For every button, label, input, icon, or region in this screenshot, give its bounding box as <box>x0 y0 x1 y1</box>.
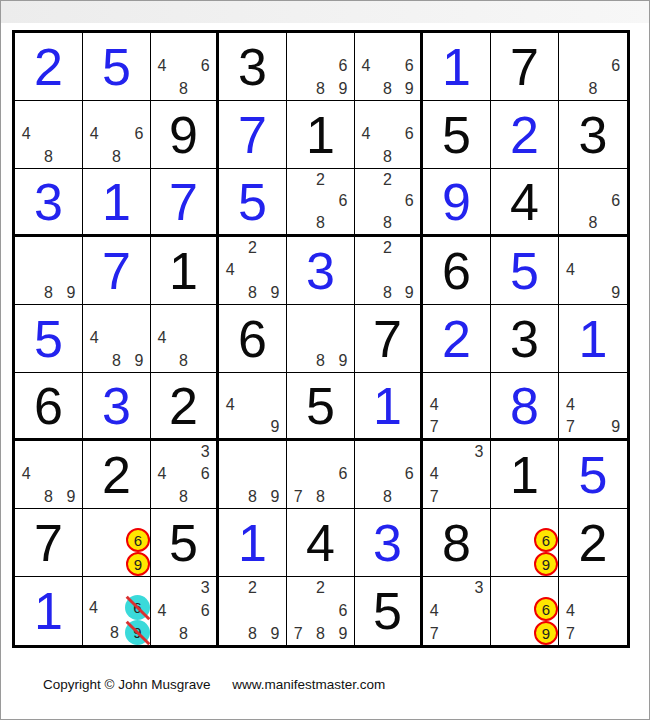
cell-value: 2 <box>169 380 198 432</box>
candidate-6: 6 <box>332 191 354 213</box>
candidate-8: 8 <box>241 622 263 645</box>
cell-r5c1[interactable]: 5 <box>15 305 83 373</box>
cell-r2c7[interactable]: 5 <box>423 101 491 169</box>
cell-r4c8[interactable]: 5 <box>491 237 559 305</box>
cell-r2c6[interactable]: 468 <box>355 101 423 169</box>
cell-value: 1 <box>102 176 131 228</box>
cell-value: 4 <box>510 176 539 228</box>
cell-r6c1[interactable]: 6 <box>15 373 83 441</box>
candidate-8: 8 <box>241 282 263 304</box>
cell-r2c5[interactable]: 1 <box>287 101 355 169</box>
cell-value: 2 <box>510 109 539 161</box>
cell-value: 3 <box>102 380 131 432</box>
cell-value: 6 <box>238 313 267 365</box>
candidate-6: 6 <box>332 463 354 485</box>
cell-value: 2 <box>34 41 63 93</box>
cell-r4c6[interactable]: 289 <box>355 237 423 305</box>
candidate-7: 7 <box>287 486 309 508</box>
candidate-8: 8 <box>241 486 263 508</box>
cell-value: 5 <box>102 41 131 93</box>
candidate-4: 4 <box>83 327 105 349</box>
cell-r1c3[interactable]: 468 <box>151 33 219 101</box>
candidate-8: 8 <box>309 212 331 234</box>
cell-r3c3[interactable]: 7 <box>151 169 219 237</box>
cell-value: 5 <box>238 176 267 228</box>
cell-value: 1 <box>306 109 335 161</box>
cell-r3c2[interactable]: 1 <box>83 169 151 237</box>
cell-r6c9[interactable]: 479 <box>559 373 627 441</box>
cell-r4c1[interactable]: 89 <box>15 237 83 305</box>
cell-r5c6[interactable]: 7 <box>355 305 423 373</box>
candidate-8: 8 <box>104 620 125 645</box>
cell-value: 6 <box>442 245 471 297</box>
cell-r4c2[interactable]: 7 <box>83 237 151 305</box>
cell-r7c2[interactable]: 2 <box>83 441 151 509</box>
candidate-4: 4 <box>423 600 445 623</box>
candidate-8: 8 <box>105 146 127 168</box>
cell-r6c5[interactable]: 5 <box>287 373 355 441</box>
candidate-6: 6 <box>398 55 420 77</box>
cell-r9c2[interactable]: 4689 <box>83 577 151 645</box>
cell-r6c4[interactable]: 49 <box>219 373 287 441</box>
cell-value: 1 <box>238 517 267 569</box>
cell-r8c6[interactable]: 3 <box>355 509 423 577</box>
cell-value: 3 <box>579 109 608 161</box>
cell-r3c4[interactable]: 5 <box>219 169 287 237</box>
candidate-4: 4 <box>219 395 241 417</box>
candidate-3: 3 <box>194 441 216 463</box>
cell-r2c8[interactable]: 2 <box>491 101 559 169</box>
candidate-6: 6 <box>128 123 150 145</box>
cell-value: 8 <box>510 380 539 432</box>
cell-value: 5 <box>34 313 63 365</box>
candidate-4: 4 <box>151 463 173 485</box>
candidate-6: 6 <box>604 55 627 77</box>
candidate-4: 4 <box>151 55 173 77</box>
candidate-8: 8 <box>377 282 399 304</box>
cell-r1c1[interactable]: 2 <box>15 33 83 101</box>
cell-r3c7[interactable]: 9 <box>423 169 491 237</box>
cell-value: 8 <box>442 517 471 569</box>
candidate-7: 7 <box>423 622 445 645</box>
candidate-7: 7 <box>423 416 445 438</box>
cell-r9c4[interactable]: 289 <box>219 577 287 645</box>
cell-r5c8[interactable]: 3 <box>491 305 559 373</box>
cell-r7c5[interactable]: 678 <box>287 441 355 509</box>
cell-value: 7 <box>510 41 539 93</box>
candidate-9: 9 <box>60 486 82 508</box>
cell-r8c9[interactable]: 2 <box>559 509 627 577</box>
cell-value: 1 <box>34 585 63 637</box>
candidate-4: 4 <box>423 395 445 417</box>
candidate-6: 6 <box>194 463 216 485</box>
candidate-9: 9 <box>604 416 627 438</box>
cell-r7c3[interactable]: 3468 <box>151 441 219 509</box>
cell-value: 7 <box>169 176 198 228</box>
candidate-9: 9 <box>398 78 420 100</box>
cell-r1c7[interactable]: 1 <box>423 33 491 101</box>
candidate-9: 9 <box>604 282 627 304</box>
candidate-8: 8 <box>582 78 605 100</box>
candidate-6: 6 <box>398 463 420 485</box>
candidate-9: 9 <box>264 622 286 645</box>
cell-value: 9 <box>169 109 198 161</box>
candidate-8: 8 <box>173 486 195 508</box>
top-bar <box>1 1 649 23</box>
candidate-8: 8 <box>377 146 399 168</box>
cell-value: 2 <box>102 449 131 501</box>
candidate-7: 7 <box>287 622 309 645</box>
candidate-6: 6 <box>332 600 354 623</box>
cell-r2c4[interactable]: 7 <box>219 101 287 169</box>
candidate-6: 6 <box>332 55 354 77</box>
cell-r8c7[interactable]: 8 <box>423 509 491 577</box>
candidate-4: 4 <box>151 600 173 623</box>
candidate-2: 2 <box>377 237 399 259</box>
cell-value: 7 <box>102 245 131 297</box>
candidate-7: 7 <box>559 416 582 438</box>
cell-r9c7[interactable]: 347 <box>423 577 491 645</box>
cell-r9c1[interactable]: 1 <box>15 577 83 645</box>
cell-r1c4[interactable]: 3 <box>219 33 287 101</box>
cell-value: 6 <box>34 380 63 432</box>
candidate-9: 9 <box>128 350 150 372</box>
candidate-4: 4 <box>559 600 582 623</box>
cell-r3c1[interactable]: 3 <box>15 169 83 237</box>
cell-r1c8[interactable]: 7 <box>491 33 559 101</box>
cell-r3c8[interactable]: 4 <box>491 169 559 237</box>
cell-r4c9[interactable]: 49 <box>559 237 627 305</box>
candidate-2: 2 <box>241 577 263 600</box>
cell-value: 3 <box>34 176 63 228</box>
cell-r6c7[interactable]: 47 <box>423 373 491 441</box>
candidate-6-yellow-highlight: 6 <box>126 528 150 552</box>
cell-r1c2[interactable]: 5 <box>83 33 151 101</box>
cell-r8c8[interactable]: 69 <box>491 509 559 577</box>
candidate-9: 9 <box>332 622 354 645</box>
cell-r7c4[interactable]: 89 <box>219 441 287 509</box>
cell-r1c9[interactable]: 68 <box>559 33 627 101</box>
candidate-8: 8 <box>173 350 195 372</box>
cell-r8c4[interactable]: 1 <box>219 509 287 577</box>
candidate-9-yellow-highlight: 9 <box>534 552 558 576</box>
candidate-3: 3 <box>468 577 490 600</box>
cell-r9c9[interactable]: 47 <box>559 577 627 645</box>
candidate-4: 4 <box>355 123 377 145</box>
cell-value: 4 <box>306 517 335 569</box>
cell-r4c4[interactable]: 2489 <box>219 237 287 305</box>
cell-r6c3[interactable]: 2 <box>151 373 219 441</box>
cell-r5c3[interactable]: 48 <box>151 305 219 373</box>
cell-value: 1 <box>169 245 198 297</box>
candidate-8: 8 <box>173 78 195 100</box>
cell-r2c9[interactable]: 3 <box>559 101 627 169</box>
candidate-8: 8 <box>377 212 399 234</box>
candidate-9: 9 <box>332 350 354 372</box>
cell-r4c7[interactable]: 6 <box>423 237 491 305</box>
cell-r9c6[interactable]: 5 <box>355 577 423 645</box>
candidate-8: 8 <box>37 146 59 168</box>
cell-r8c3[interactable]: 5 <box>151 509 219 577</box>
candidate-6-yellow-highlight: 6 <box>534 528 558 552</box>
cell-r3c9[interactable]: 68 <box>559 169 627 237</box>
cell-r5c4[interactable]: 6 <box>219 305 287 373</box>
candidate-6: 6 <box>194 55 216 77</box>
cell-value: 7 <box>238 109 267 161</box>
candidate-9-yellow-highlight: 9 <box>534 621 558 645</box>
candidate-6-cyan-highlight: 6 <box>125 595 150 620</box>
candidate-9-cyan-highlight: 9 <box>125 620 150 645</box>
cell-r9c8[interactable]: 69 <box>491 577 559 645</box>
candidate-8: 8 <box>173 622 195 645</box>
candidate-8: 8 <box>582 212 605 234</box>
candidate-2: 2 <box>377 169 399 191</box>
cell-r7c9[interactable]: 5 <box>559 441 627 509</box>
cell-value: 5 <box>306 380 335 432</box>
candidate-8: 8 <box>309 350 331 372</box>
candidate-8: 8 <box>309 78 331 100</box>
candidate-6-yellow-highlight: 6 <box>534 597 558 621</box>
cell-r3c6[interactable]: 268 <box>355 169 423 237</box>
candidate-9: 9 <box>398 282 420 304</box>
cell-value: 2 <box>579 517 608 569</box>
cell-value: 1 <box>373 380 402 432</box>
cell-r1c6[interactable]: 4689 <box>355 33 423 101</box>
candidate-6: 6 <box>398 191 420 213</box>
candidate-4: 4 <box>83 123 105 145</box>
cell-r4c3[interactable]: 1 <box>151 237 219 305</box>
cell-r8c1[interactable]: 7 <box>15 509 83 577</box>
cell-r1c5[interactable]: 689 <box>287 33 355 101</box>
candidate-2: 2 <box>309 577 331 600</box>
cell-r8c2[interactable]: 69 <box>83 509 151 577</box>
cell-r2c1[interactable]: 48 <box>15 101 83 169</box>
candidate-9-yellow-highlight: 9 <box>126 552 150 576</box>
cell-r2c3[interactable]: 9 <box>151 101 219 169</box>
cell-value: 5 <box>510 245 539 297</box>
cell-r6c2[interactable]: 3 <box>83 373 151 441</box>
cell-value: 3 <box>238 41 267 93</box>
candidate-3: 3 <box>468 441 490 463</box>
cell-value: 1 <box>579 313 608 365</box>
candidate-2: 2 <box>309 169 331 191</box>
candidate-4: 4 <box>15 463 37 485</box>
cell-r5c5[interactable]: 89 <box>287 305 355 373</box>
candidate-9: 9 <box>332 78 354 100</box>
candidate-6: 6 <box>604 191 627 213</box>
candidate-4: 4 <box>355 55 377 77</box>
cell-r9c5[interactable]: 26789 <box>287 577 355 645</box>
candidate-6: 6 <box>398 123 420 145</box>
candidate-4: 4 <box>15 123 37 145</box>
cell-value: 3 <box>306 245 335 297</box>
candidate-8: 8 <box>309 486 331 508</box>
cell-value: 5 <box>373 585 402 637</box>
candidate-4: 4 <box>151 327 173 349</box>
candidate-8: 8 <box>377 78 399 100</box>
page: 2546836894689176848468971468523317526826… <box>0 0 650 720</box>
cell-value: 7 <box>373 313 402 365</box>
candidate-6: 6 <box>194 600 216 623</box>
candidate-8: 8 <box>105 350 127 372</box>
cell-value: 5 <box>169 517 198 569</box>
candidate-9: 9 <box>264 416 286 438</box>
cell-r2c2[interactable]: 468 <box>83 101 151 169</box>
cell-r6c6[interactable]: 1 <box>355 373 423 441</box>
cell-value: 1 <box>510 449 539 501</box>
cell-r9c3[interactable]: 3468 <box>151 577 219 645</box>
cell-value: 2 <box>442 313 471 365</box>
candidate-9: 9 <box>60 282 82 304</box>
cell-r3c5[interactable]: 268 <box>287 169 355 237</box>
candidate-9: 9 <box>264 486 286 508</box>
sudoku-board: 2546836894689176848468971468523317526826… <box>12 30 630 648</box>
cell-value: 5 <box>442 109 471 161</box>
footer: Copyright © John Musgrave www.manifestma… <box>43 677 385 692</box>
candidate-7: 7 <box>423 486 445 508</box>
candidate-4: 4 <box>423 463 445 485</box>
candidate-9: 9 <box>264 282 286 304</box>
cell-value: 5 <box>579 449 608 501</box>
candidate-4: 4 <box>219 259 241 281</box>
candidate-8: 8 <box>37 486 59 508</box>
cell-r5c7[interactable]: 2 <box>423 305 491 373</box>
cell-r6c8[interactable]: 8 <box>491 373 559 441</box>
cell-value: 1 <box>442 41 471 93</box>
candidate-4: 4 <box>559 395 582 417</box>
cell-r4c5[interactable]: 3 <box>287 237 355 305</box>
cell-r7c8[interactable]: 1 <box>491 441 559 509</box>
candidate-8: 8 <box>309 622 331 645</box>
cell-value: 3 <box>373 517 402 569</box>
candidate-3: 3 <box>194 577 216 600</box>
cell-r7c6[interactable]: 68 <box>355 441 423 509</box>
website-text: www.manifestmaster.com <box>232 677 385 692</box>
candidate-4: 4 <box>559 259 582 281</box>
cell-r8c5[interactable]: 4 <box>287 509 355 577</box>
cell-r5c2[interactable]: 489 <box>83 305 151 373</box>
candidate-8: 8 <box>37 282 59 304</box>
candidate-4: 4 <box>83 595 104 620</box>
cell-r7c7[interactable]: 347 <box>423 441 491 509</box>
candidate-8: 8 <box>377 486 399 508</box>
copyright-text: Copyright © John Musgrave <box>43 677 211 692</box>
candidate-7: 7 <box>559 622 582 645</box>
cell-value: 7 <box>34 517 63 569</box>
cell-value: 3 <box>510 313 539 365</box>
cell-value: 9 <box>442 176 471 228</box>
candidate-2: 2 <box>241 237 263 259</box>
cell-r5c9[interactable]: 1 <box>559 305 627 373</box>
cell-r7c1[interactable]: 489 <box>15 441 83 509</box>
